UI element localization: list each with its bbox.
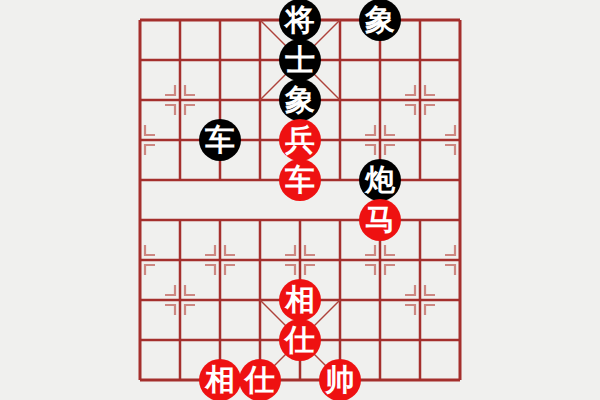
piece-black-elephant[interactable]: 象: [279, 79, 321, 121]
piece-red-chariot[interactable]: 车: [279, 159, 321, 201]
piece-black-chariot[interactable]: 车: [199, 119, 241, 161]
piece-red-horse[interactable]: 马: [359, 199, 401, 241]
piece-black-elephant[interactable]: 象: [359, 0, 401, 41]
piece-red-elephant[interactable]: 相: [279, 279, 321, 321]
piece-red-soldier[interactable]: 兵: [279, 119, 321, 161]
piece-black-advisor[interactable]: 士: [279, 39, 321, 81]
piece-black-cannon[interactable]: 炮: [359, 159, 401, 201]
xiangqi-board: 将象士象车兵车炮马相仕相仕帅: [0, 0, 600, 400]
piece-red-advisor[interactable]: 仕: [239, 359, 281, 400]
piece-layer: 将象士象车兵车炮马相仕相仕帅: [120, 0, 480, 400]
piece-black-general[interactable]: 将: [279, 0, 321, 41]
piece-red-king[interactable]: 帅: [319, 359, 361, 400]
piece-red-advisor[interactable]: 仕: [279, 319, 321, 361]
piece-red-elephant[interactable]: 相: [199, 359, 241, 400]
xiangqi-app: 将象士象车兵车炮马相仕相仕帅: [0, 0, 600, 400]
